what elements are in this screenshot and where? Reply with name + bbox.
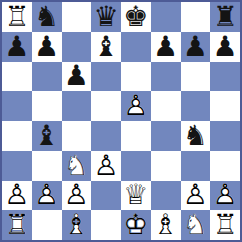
chess-board-container: ♜♖♞♛♚♜♟♟♝♟♟♟♟♟♙♝♞♞♘♟♙♟♙♟♙♟♙♛♕♟♙♟♙♜♖♝♗♚♔♝…: [0, 0, 242, 242]
square-g2[interactable]: ♟♙: [181, 181, 211, 211]
square-g1[interactable]: ♞♘: [181, 210, 211, 240]
black-pawn[interactable]: ♟: [210, 32, 240, 62]
square-f8[interactable]: [151, 2, 181, 32]
square-f6[interactable]: [151, 62, 181, 92]
square-e7[interactable]: [121, 32, 151, 62]
piece-outline: ♖: [2, 2, 32, 32]
black-pawn[interactable]: ♟: [2, 32, 32, 62]
piece-outline: ♕: [121, 181, 151, 211]
white-queen[interactable]: ♛♕: [121, 181, 151, 211]
white-pawn[interactable]: ♟♙: [181, 181, 211, 211]
square-g4[interactable]: ♞: [181, 121, 211, 151]
square-g6[interactable]: [181, 62, 211, 92]
square-c2[interactable]: ♟♙: [62, 181, 92, 211]
black-bishop[interactable]: ♝: [32, 121, 62, 151]
square-h3[interactable]: [210, 151, 240, 181]
white-pawn[interactable]: ♟♙: [62, 181, 92, 211]
piece-outline: ♖: [210, 210, 240, 240]
square-e4[interactable]: [121, 121, 151, 151]
square-b7[interactable]: ♟: [32, 32, 62, 62]
black-pawn[interactable]: ♟: [151, 32, 181, 62]
square-f7[interactable]: ♟: [151, 32, 181, 62]
square-c6[interactable]: ♟: [62, 62, 92, 92]
square-f1[interactable]: ♝♗: [151, 210, 181, 240]
piece-outline: ♙: [210, 181, 240, 211]
piece-outline: ♙: [121, 91, 151, 121]
square-b8[interactable]: ♞: [32, 2, 62, 32]
square-b4[interactable]: ♝: [32, 121, 62, 151]
white-king[interactable]: ♚♔: [121, 210, 151, 240]
white-pawn[interactable]: ♟♙: [121, 91, 151, 121]
square-b5[interactable]: [32, 91, 62, 121]
square-c3[interactable]: ♞♘: [62, 151, 92, 181]
square-b1[interactable]: [32, 210, 62, 240]
square-c4[interactable]: [62, 121, 92, 151]
piece-outline: ♘: [181, 210, 211, 240]
black-knight[interactable]: ♞: [32, 2, 62, 32]
square-d8[interactable]: ♛: [91, 2, 121, 32]
white-rook[interactable]: ♜♖: [210, 210, 240, 240]
white-bishop[interactable]: ♝♗: [151, 210, 181, 240]
square-h2[interactable]: ♟♙: [210, 181, 240, 211]
white-knight[interactable]: ♞♘: [181, 210, 211, 240]
square-c1[interactable]: ♝♗: [62, 210, 92, 240]
square-g7[interactable]: ♟: [181, 32, 211, 62]
square-e3[interactable]: [121, 151, 151, 181]
square-a8[interactable]: ♜♖: [2, 2, 32, 32]
white-pawn[interactable]: ♟♙: [2, 181, 32, 211]
chess-board: ♜♖♞♛♚♜♟♟♝♟♟♟♟♟♙♝♞♞♘♟♙♟♙♟♙♟♙♛♕♟♙♟♙♜♖♝♗♚♔♝…: [0, 0, 242, 242]
square-c7[interactable]: [62, 32, 92, 62]
square-a6[interactable]: [2, 62, 32, 92]
square-f2[interactable]: [151, 181, 181, 211]
square-h8[interactable]: ♜: [210, 2, 240, 32]
square-e2[interactable]: ♛♕: [121, 181, 151, 211]
piece-outline: ♙: [2, 181, 32, 211]
square-d2[interactable]: [91, 181, 121, 211]
square-a7[interactable]: ♟: [2, 32, 32, 62]
white-knight[interactable]: ♞♘: [62, 151, 92, 181]
piece-outline: ♖: [2, 210, 32, 240]
square-h1[interactable]: ♜♖: [210, 210, 240, 240]
square-h7[interactable]: ♟: [210, 32, 240, 62]
square-d7[interactable]: ♝: [91, 32, 121, 62]
black-knight[interactable]: ♞: [181, 121, 211, 151]
black-pawn[interactable]: ♟: [62, 62, 92, 92]
piece-outline: ♔: [121, 210, 151, 240]
square-a4[interactable]: [2, 121, 32, 151]
square-a1[interactable]: ♜♖: [2, 210, 32, 240]
piece-outline: ♙: [181, 181, 211, 211]
black-king[interactable]: ♚: [121, 2, 151, 32]
square-d6[interactable]: [91, 62, 121, 92]
square-f4[interactable]: [151, 121, 181, 151]
square-b2[interactable]: ♟♙: [32, 181, 62, 211]
piece-outline: ♙: [62, 181, 92, 211]
black-bishop[interactable]: ♝: [91, 32, 121, 62]
square-e8[interactable]: ♚: [121, 2, 151, 32]
piece-outline: ♙: [32, 181, 62, 211]
square-g5[interactable]: [181, 91, 211, 121]
square-g8[interactable]: [181, 2, 211, 32]
square-c8[interactable]: [62, 2, 92, 32]
piece-outline: ♗: [151, 210, 181, 240]
square-e5[interactable]: ♟♙: [121, 91, 151, 121]
white-rook[interactable]: ♜♖: [2, 210, 32, 240]
piece-outline: ♙: [91, 151, 121, 181]
white-bishop[interactable]: ♝♗: [62, 210, 92, 240]
black-pawn[interactable]: ♟: [181, 32, 211, 62]
white-rook[interactable]: ♜♖: [2, 2, 32, 32]
white-pawn[interactable]: ♟♙: [32, 181, 62, 211]
white-pawn[interactable]: ♟♙: [91, 151, 121, 181]
white-pawn[interactable]: ♟♙: [210, 181, 240, 211]
square-b3[interactable]: [32, 151, 62, 181]
piece-outline: ♘: [62, 151, 92, 181]
square-a2[interactable]: ♟♙: [2, 181, 32, 211]
square-h5[interactable]: [210, 91, 240, 121]
piece-outline: ♗: [62, 210, 92, 240]
square-d5[interactable]: [91, 91, 121, 121]
black-rook[interactable]: ♜: [210, 2, 240, 32]
square-c5[interactable]: [62, 91, 92, 121]
square-h4[interactable]: [210, 121, 240, 151]
square-f3[interactable]: [151, 151, 181, 181]
black-queen[interactable]: ♛: [91, 2, 121, 32]
square-d4[interactable]: [91, 121, 121, 151]
square-e1[interactable]: ♚♔: [121, 210, 151, 240]
black-pawn[interactable]: ♟: [32, 32, 62, 62]
square-b6[interactable]: [32, 62, 62, 92]
square-h6[interactable]: [210, 62, 240, 92]
square-d3[interactable]: ♟♙: [91, 151, 121, 181]
square-g3[interactable]: [181, 151, 211, 181]
square-a3[interactable]: [2, 151, 32, 181]
square-d1[interactable]: [91, 210, 121, 240]
square-e6[interactable]: [121, 62, 151, 92]
square-a5[interactable]: [2, 91, 32, 121]
square-f5[interactable]: [151, 91, 181, 121]
